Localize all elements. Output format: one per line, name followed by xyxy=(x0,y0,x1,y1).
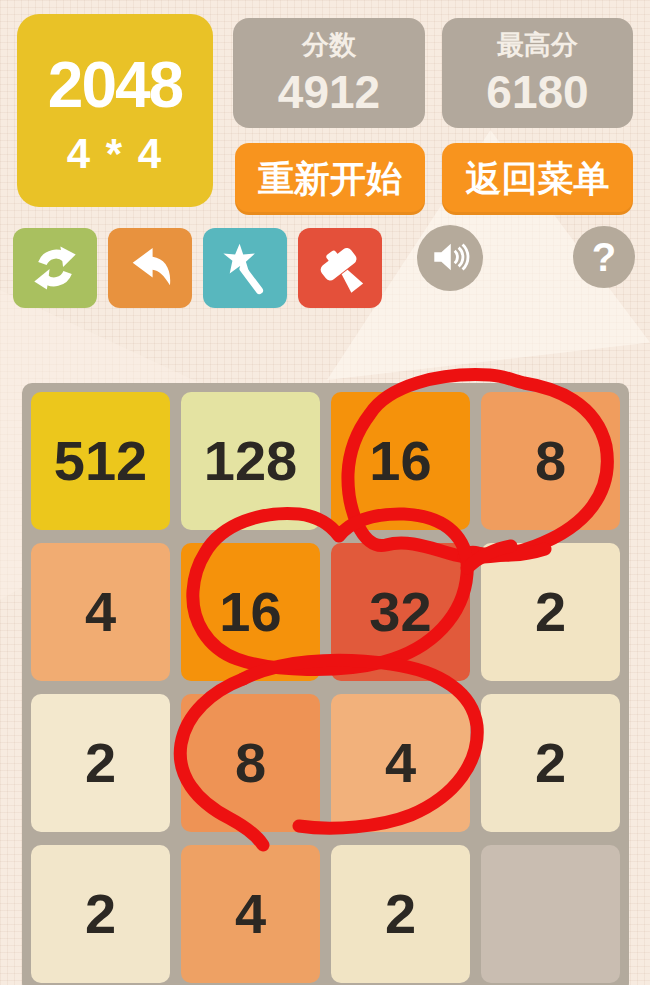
tile-r4c2: 4 xyxy=(181,845,320,983)
tile-r4c1: 2 xyxy=(31,845,170,983)
tile-r1c4: 8 xyxy=(481,392,620,530)
smash-button[interactable] xyxy=(298,228,382,308)
tile-r3c1: 2 xyxy=(31,694,170,832)
tile-r2c1: 4 xyxy=(31,543,170,681)
refresh-button[interactable] xyxy=(13,228,97,308)
speaker-icon xyxy=(428,235,472,282)
tile-r3c3: 4 xyxy=(331,694,470,832)
tile-r2c3: 32 xyxy=(331,543,470,681)
question-mark-icon: ? xyxy=(592,235,616,280)
tile-r3c4: 2 xyxy=(481,694,620,832)
best-score-box: 最高分 6180 xyxy=(442,18,633,128)
score-label: 分数 xyxy=(302,32,356,59)
tile-r2c4: 2 xyxy=(481,543,620,681)
undo-arrow-icon xyxy=(124,242,176,294)
hammer-icon xyxy=(312,240,368,296)
undo-button[interactable] xyxy=(108,228,192,308)
board-grid[interactable]: 5121281684163222842242 xyxy=(22,383,629,985)
tile-r1c1: 512 xyxy=(31,392,170,530)
tile-r4c4 xyxy=(481,845,620,983)
logo-subtitle: 4 * 4 xyxy=(67,133,163,175)
tile-r2c2: 16 xyxy=(181,543,320,681)
best-score-label: 最高分 xyxy=(497,32,578,59)
sound-toggle-button[interactable] xyxy=(417,225,483,291)
score-box: 分数 4912 xyxy=(233,18,425,128)
tile-r1c3: 16 xyxy=(331,392,470,530)
refresh-arrows-icon xyxy=(28,241,82,295)
score-value: 4912 xyxy=(278,69,380,115)
tile-r4c3: 2 xyxy=(331,845,470,983)
best-score-value: 6180 xyxy=(486,69,588,115)
help-button[interactable]: ? xyxy=(573,226,635,288)
game-screen: 2048 4 * 4 分数 4912 最高分 6180 重新开始 返回菜单 xyxy=(0,0,650,985)
tile-r3c2: 8 xyxy=(181,694,320,832)
back-to-menu-button[interactable]: 返回菜单 xyxy=(442,143,633,215)
magic-wand-icon xyxy=(218,241,272,295)
restart-button[interactable]: 重新开始 xyxy=(235,143,425,215)
hint-button[interactable] xyxy=(203,228,287,308)
logo-title: 2048 xyxy=(48,53,182,117)
logo-tile: 2048 4 * 4 xyxy=(17,14,213,207)
tile-r1c2: 128 xyxy=(181,392,320,530)
